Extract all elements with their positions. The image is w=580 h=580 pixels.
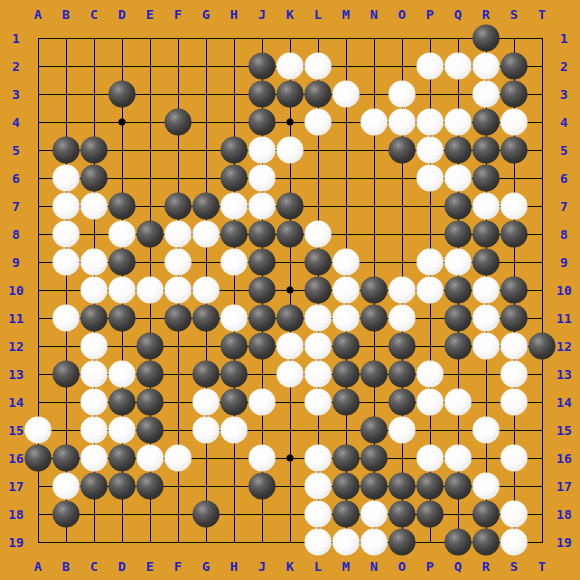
black-stone-D3[interactable] [109, 81, 136, 108]
white-stone-Q2[interactable] [445, 53, 472, 80]
row-label-right-18: 18 [556, 508, 572, 521]
white-stone-L13[interactable] [305, 361, 332, 388]
col-label-bottom-T: T [538, 560, 546, 573]
row-label-right-19: 19 [556, 536, 572, 549]
black-stone-S3[interactable] [501, 81, 528, 108]
black-stone-R1[interactable] [473, 25, 500, 52]
row-label-left-4: 4 [12, 116, 20, 129]
row-label-right-17: 17 [556, 480, 572, 493]
white-stone-S16[interactable] [501, 445, 528, 472]
col-label-bottom-R: R [482, 560, 490, 573]
col-label-top-Q: Q [454, 8, 462, 21]
col-label-bottom-L: L [314, 560, 322, 573]
white-stone-G15[interactable] [193, 417, 220, 444]
white-stone-O10[interactable] [389, 277, 416, 304]
row-label-right-1: 1 [560, 32, 568, 45]
black-stone-E8[interactable] [137, 221, 164, 248]
black-stone-E12[interactable] [137, 333, 164, 360]
white-stone-P14[interactable] [417, 389, 444, 416]
white-stone-S14[interactable] [501, 389, 528, 416]
white-stone-L12[interactable] [305, 333, 332, 360]
white-stone-L17[interactable] [305, 473, 332, 500]
col-label-top-T: T [538, 8, 546, 21]
white-stone-P9[interactable] [417, 249, 444, 276]
black-stone-O17[interactable] [389, 473, 416, 500]
row-label-right-2: 2 [560, 60, 568, 73]
black-stone-M16[interactable] [333, 445, 360, 472]
row-label-right-12: 12 [556, 340, 572, 353]
black-stone-B5[interactable] [53, 137, 80, 164]
white-stone-K5[interactable] [277, 137, 304, 164]
white-stone-M9[interactable] [333, 249, 360, 276]
white-stone-Q4[interactable] [445, 109, 472, 136]
black-stone-J10[interactable] [249, 277, 276, 304]
black-stone-G11[interactable] [193, 305, 220, 332]
black-stone-C11[interactable] [81, 305, 108, 332]
col-label-top-F: F [174, 8, 182, 21]
star-point-K4 [287, 119, 294, 126]
row-label-left-1: 1 [12, 32, 20, 45]
col-label-top-J: J [258, 8, 266, 21]
black-stone-N15[interactable] [361, 417, 388, 444]
white-stone-F10[interactable] [165, 277, 192, 304]
white-stone-E16[interactable] [137, 445, 164, 472]
row-label-right-16: 16 [556, 452, 572, 465]
black-stone-R8[interactable] [473, 221, 500, 248]
white-stone-Q14[interactable] [445, 389, 472, 416]
black-stone-S5[interactable] [501, 137, 528, 164]
row-label-left-9: 9 [12, 256, 20, 269]
col-label-top-C: C [90, 8, 98, 21]
white-stone-H15[interactable] [221, 417, 248, 444]
black-stone-D17[interactable] [109, 473, 136, 500]
white-stone-E10[interactable] [137, 277, 164, 304]
white-stone-H7[interactable] [221, 193, 248, 220]
white-stone-F9[interactable] [165, 249, 192, 276]
white-stone-Q6[interactable] [445, 165, 472, 192]
white-stone-N19[interactable] [361, 529, 388, 556]
white-stone-C15[interactable] [81, 417, 108, 444]
star-point-K10 [287, 287, 294, 294]
black-stone-K11[interactable] [277, 305, 304, 332]
black-stone-E17[interactable] [137, 473, 164, 500]
black-stone-O12[interactable] [389, 333, 416, 360]
row-label-left-2: 2 [12, 60, 20, 73]
white-stone-R3[interactable] [473, 81, 500, 108]
row-label-right-14: 14 [556, 396, 572, 409]
black-stone-S10[interactable] [501, 277, 528, 304]
col-label-top-S: S [510, 8, 518, 21]
white-stone-C13[interactable] [81, 361, 108, 388]
white-stone-L4[interactable] [305, 109, 332, 136]
black-stone-S11[interactable] [501, 305, 528, 332]
row-label-left-11: 11 [8, 312, 24, 325]
white-stone-C10[interactable] [81, 277, 108, 304]
white-stone-D8[interactable] [109, 221, 136, 248]
black-stone-J11[interactable] [249, 305, 276, 332]
black-stone-Q11[interactable] [445, 305, 472, 332]
white-stone-A15[interactable] [25, 417, 52, 444]
row-label-right-9: 9 [560, 256, 568, 269]
col-label-bottom-D: D [118, 560, 126, 573]
black-stone-K3[interactable] [277, 81, 304, 108]
white-stone-S7[interactable] [501, 193, 528, 220]
col-label-bottom-P: P [426, 560, 434, 573]
white-stone-P2[interactable] [417, 53, 444, 80]
white-stone-F8[interactable] [165, 221, 192, 248]
row-label-left-5: 5 [12, 144, 20, 157]
black-stone-R5[interactable] [473, 137, 500, 164]
white-stone-L19[interactable] [305, 529, 332, 556]
white-stone-H9[interactable] [221, 249, 248, 276]
black-stone-O19[interactable] [389, 529, 416, 556]
white-stone-B6[interactable] [53, 165, 80, 192]
black-stone-J17[interactable] [249, 473, 276, 500]
col-label-bottom-J: J [258, 560, 266, 573]
black-stone-D7[interactable] [109, 193, 136, 220]
white-stone-R12[interactable] [473, 333, 500, 360]
col-label-top-E: E [146, 8, 154, 21]
white-stone-L11[interactable] [305, 305, 332, 332]
black-stone-Q10[interactable] [445, 277, 472, 304]
row-label-left-7: 7 [12, 200, 20, 213]
black-stone-Q19[interactable] [445, 529, 472, 556]
black-stone-H5[interactable] [221, 137, 248, 164]
white-stone-J14[interactable] [249, 389, 276, 416]
row-label-left-18: 18 [8, 508, 24, 521]
white-stone-P4[interactable] [417, 109, 444, 136]
white-stone-K12[interactable] [277, 333, 304, 360]
black-stone-M13[interactable] [333, 361, 360, 388]
col-label-bottom-A: A [34, 560, 42, 573]
black-stone-E14[interactable] [137, 389, 164, 416]
white-stone-O3[interactable] [389, 81, 416, 108]
black-stone-H13[interactable] [221, 361, 248, 388]
row-label-right-3: 3 [560, 88, 568, 101]
white-stone-H11[interactable] [221, 305, 248, 332]
white-stone-J6[interactable] [249, 165, 276, 192]
black-stone-B18[interactable] [53, 501, 80, 528]
white-stone-S18[interactable] [501, 501, 528, 528]
black-stone-Q8[interactable] [445, 221, 472, 248]
white-stone-K13[interactable] [277, 361, 304, 388]
black-stone-G13[interactable] [193, 361, 220, 388]
black-stone-Q17[interactable] [445, 473, 472, 500]
black-stone-J8[interactable] [249, 221, 276, 248]
white-stone-S4[interactable] [501, 109, 528, 136]
black-stone-G7[interactable] [193, 193, 220, 220]
row-label-right-15: 15 [556, 424, 572, 437]
black-stone-O14[interactable] [389, 389, 416, 416]
col-label-bottom-H: H [230, 560, 238, 573]
black-stone-G18[interactable] [193, 501, 220, 528]
white-stone-Q9[interactable] [445, 249, 472, 276]
col-label-bottom-G: G [202, 560, 210, 573]
black-stone-J4[interactable] [249, 109, 276, 136]
row-label-left-3: 3 [12, 88, 20, 101]
row-label-left-6: 6 [12, 172, 20, 185]
col-label-top-D: D [118, 8, 126, 21]
black-stone-S2[interactable] [501, 53, 528, 80]
col-label-bottom-N: N [370, 560, 378, 573]
black-stone-P18[interactable] [417, 501, 444, 528]
row-label-right-5: 5 [560, 144, 568, 157]
col-label-bottom-F: F [174, 560, 182, 573]
black-stone-N10[interactable] [361, 277, 388, 304]
black-stone-O13[interactable] [389, 361, 416, 388]
white-stone-B7[interactable] [53, 193, 80, 220]
row-label-left-14: 14 [8, 396, 24, 409]
col-label-top-H: H [230, 8, 238, 21]
col-label-bottom-O: O [398, 560, 406, 573]
row-label-right-6: 6 [560, 172, 568, 185]
white-stone-J7[interactable] [249, 193, 276, 220]
white-stone-G10[interactable] [193, 277, 220, 304]
white-stone-B9[interactable] [53, 249, 80, 276]
col-label-bottom-Q: Q [454, 560, 462, 573]
black-stone-E13[interactable] [137, 361, 164, 388]
col-label-top-A: A [34, 8, 42, 21]
col-label-bottom-M: M [342, 560, 350, 573]
white-stone-C14[interactable] [81, 389, 108, 416]
white-stone-C16[interactable] [81, 445, 108, 472]
white-stone-O15[interactable] [389, 417, 416, 444]
row-label-right-13: 13 [556, 368, 572, 381]
white-stone-N18[interactable] [361, 501, 388, 528]
black-stone-M14[interactable] [333, 389, 360, 416]
white-stone-C12[interactable] [81, 333, 108, 360]
black-stone-A16[interactable] [25, 445, 52, 472]
row-label-left-10: 10 [8, 284, 24, 297]
black-stone-R6[interactable] [473, 165, 500, 192]
white-stone-K2[interactable] [277, 53, 304, 80]
black-stone-Q12[interactable] [445, 333, 472, 360]
col-label-top-K: K [286, 8, 294, 21]
col-label-bottom-K: K [286, 560, 294, 573]
col-label-bottom-B: B [62, 560, 70, 573]
row-label-left-13: 13 [8, 368, 24, 381]
black-stone-M17[interactable] [333, 473, 360, 500]
row-label-right-10: 10 [556, 284, 572, 297]
white-stone-D13[interactable] [109, 361, 136, 388]
col-label-bottom-C: C [90, 560, 98, 573]
white-stone-R11[interactable] [473, 305, 500, 332]
black-stone-B13[interactable] [53, 361, 80, 388]
black-stone-R18[interactable] [473, 501, 500, 528]
white-stone-O11[interactable] [389, 305, 416, 332]
white-stone-Q16[interactable] [445, 445, 472, 472]
white-stone-S19[interactable] [501, 529, 528, 556]
black-stone-F4[interactable] [165, 109, 192, 136]
black-stone-H14[interactable] [221, 389, 248, 416]
white-stone-C7[interactable] [81, 193, 108, 220]
white-stone-G8[interactable] [193, 221, 220, 248]
black-stone-D16[interactable] [109, 445, 136, 472]
white-stone-R7[interactable] [473, 193, 500, 220]
black-stone-F7[interactable] [165, 193, 192, 220]
col-label-bottom-E: E [146, 560, 154, 573]
black-stone-B16[interactable] [53, 445, 80, 472]
white-stone-L18[interactable] [305, 501, 332, 528]
white-stone-M3[interactable] [333, 81, 360, 108]
white-stone-F16[interactable] [165, 445, 192, 472]
white-stone-R17[interactable] [473, 473, 500, 500]
row-label-left-17: 17 [8, 480, 24, 493]
row-label-right-4: 4 [560, 116, 568, 129]
black-stone-J12[interactable] [249, 333, 276, 360]
black-stone-S8[interactable] [501, 221, 528, 248]
go-board[interactable]: AABBCCDDEEFFGGHHJJKKLLMMNNOOPPQQRRSSTT11… [0, 0, 580, 580]
black-stone-Q7[interactable] [445, 193, 472, 220]
col-label-bottom-S: S [510, 560, 518, 573]
row-label-left-16: 16 [8, 452, 24, 465]
white-stone-M11[interactable] [333, 305, 360, 332]
col-label-top-B: B [62, 8, 70, 21]
black-stone-H12[interactable] [221, 333, 248, 360]
black-stone-J2[interactable] [249, 53, 276, 80]
white-stone-B11[interactable] [53, 305, 80, 332]
black-stone-L10[interactable] [305, 277, 332, 304]
black-stone-C17[interactable] [81, 473, 108, 500]
col-label-top-M: M [342, 8, 350, 21]
white-stone-P16[interactable] [417, 445, 444, 472]
white-stone-J16[interactable] [249, 445, 276, 472]
black-stone-N11[interactable] [361, 305, 388, 332]
row-label-left-12: 12 [8, 340, 24, 353]
black-stone-Q5[interactable] [445, 137, 472, 164]
white-stone-M10[interactable] [333, 277, 360, 304]
black-stone-R19[interactable] [473, 529, 500, 556]
black-stone-E15[interactable] [137, 417, 164, 444]
black-stone-L3[interactable] [305, 81, 332, 108]
black-stone-R9[interactable] [473, 249, 500, 276]
black-stone-D9[interactable] [109, 249, 136, 276]
black-stone-L9[interactable] [305, 249, 332, 276]
col-label-top-N: N [370, 8, 378, 21]
white-stone-C9[interactable] [81, 249, 108, 276]
col-label-top-G: G [202, 8, 210, 21]
white-stone-P6[interactable] [417, 165, 444, 192]
black-stone-R4[interactable] [473, 109, 500, 136]
black-stone-M12[interactable] [333, 333, 360, 360]
black-stone-N17[interactable] [361, 473, 388, 500]
white-stone-P10[interactable] [417, 277, 444, 304]
black-stone-K8[interactable] [277, 221, 304, 248]
white-stone-B8[interactable] [53, 221, 80, 248]
row-label-left-19: 19 [8, 536, 24, 549]
white-stone-S13[interactable] [501, 361, 528, 388]
black-stone-P17[interactable] [417, 473, 444, 500]
black-stone-J3[interactable] [249, 81, 276, 108]
row-label-right-7: 7 [560, 200, 568, 213]
black-stone-F11[interactable] [165, 305, 192, 332]
white-stone-P5[interactable] [417, 137, 444, 164]
row-label-left-15: 15 [8, 424, 24, 437]
white-stone-P13[interactable] [417, 361, 444, 388]
col-label-top-P: P [426, 8, 434, 21]
white-stone-N4[interactable] [361, 109, 388, 136]
white-stone-R2[interactable] [473, 53, 500, 80]
black-stone-C6[interactable] [81, 165, 108, 192]
white-stone-O4[interactable] [389, 109, 416, 136]
white-stone-J5[interactable] [249, 137, 276, 164]
black-stone-C5[interactable] [81, 137, 108, 164]
black-stone-O5[interactable] [389, 137, 416, 164]
white-stone-L16[interactable] [305, 445, 332, 472]
star-point-K16 [287, 455, 294, 462]
col-label-top-L: L [314, 8, 322, 21]
black-stone-N13[interactable] [361, 361, 388, 388]
white-stone-R15[interactable] [473, 417, 500, 444]
white-stone-L2[interactable] [305, 53, 332, 80]
white-stone-M19[interactable] [333, 529, 360, 556]
row-label-right-8: 8 [560, 228, 568, 241]
row-label-right-11: 11 [556, 312, 572, 325]
black-stone-D14[interactable] [109, 389, 136, 416]
col-label-top-O: O [398, 8, 406, 21]
black-stone-N16[interactable] [361, 445, 388, 472]
black-stone-D11[interactable] [109, 305, 136, 332]
black-stone-T12[interactable] [529, 333, 556, 360]
white-stone-G14[interactable] [193, 389, 220, 416]
white-stone-D10[interactable] [109, 277, 136, 304]
col-label-top-R: R [482, 8, 490, 21]
black-stone-H6[interactable] [221, 165, 248, 192]
white-stone-L8[interactable] [305, 221, 332, 248]
star-point-D4 [119, 119, 126, 126]
white-stone-B17[interactable] [53, 473, 80, 500]
white-stone-S12[interactable] [501, 333, 528, 360]
black-stone-O18[interactable] [389, 501, 416, 528]
white-stone-L14[interactable] [305, 389, 332, 416]
black-stone-J9[interactable] [249, 249, 276, 276]
black-stone-H8[interactable] [221, 221, 248, 248]
white-stone-D15[interactable] [109, 417, 136, 444]
black-stone-M18[interactable] [333, 501, 360, 528]
row-label-left-8: 8 [12, 228, 20, 241]
white-stone-R10[interactable] [473, 277, 500, 304]
black-stone-K7[interactable] [277, 193, 304, 220]
